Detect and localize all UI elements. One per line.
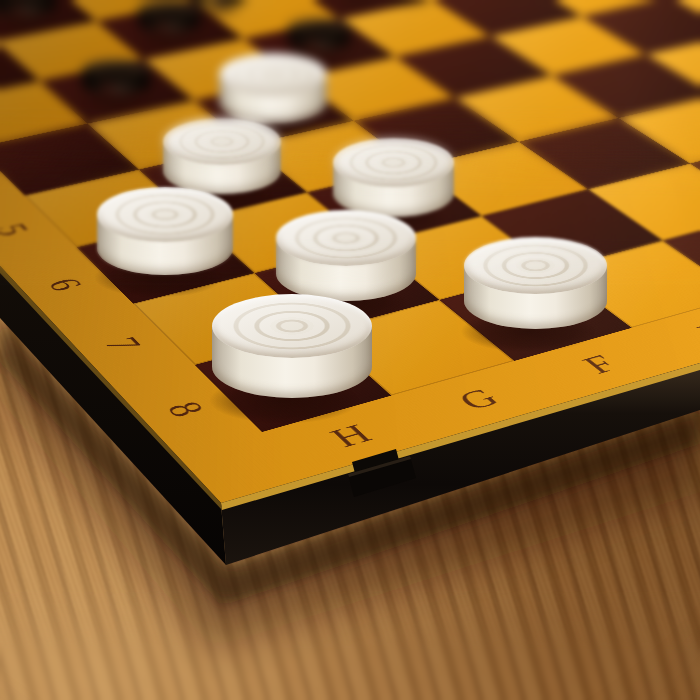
depth-blur-near bbox=[0, 590, 700, 700]
photo-scene: HGFEDCBA 12345678 ⛂⛂⛂⛂⛂⛂⛂⛂⛀ bbox=[0, 0, 700, 700]
depth-blur-mid bbox=[0, 150, 700, 285]
